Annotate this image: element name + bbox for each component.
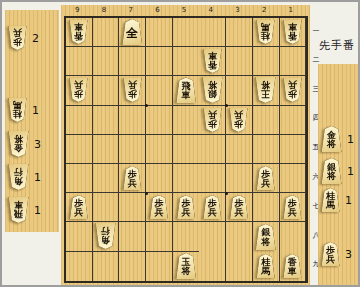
- shogi-piece[interactable]: 角行: [8, 164, 29, 190]
- shogi-piece[interactable]: 銀将: [202, 77, 223, 103]
- board-cell[interactable]: 玉将: [173, 252, 200, 281]
- hand-count: 1: [347, 133, 355, 146]
- piece-kanji: 馬: [261, 267, 270, 277]
- file-label: 3: [224, 5, 251, 16]
- board-cell[interactable]: [93, 135, 120, 164]
- board-cell[interactable]: 歩兵: [66, 76, 93, 105]
- shogi-piece[interactable]: 歩兵: [149, 195, 168, 219]
- file-labels: 987654321: [64, 5, 305, 16]
- hand-count: 1: [345, 194, 353, 207]
- hand-count: 1: [34, 171, 42, 184]
- shogi-piece[interactable]: 歩兵: [229, 108, 248, 132]
- board-cell[interactable]: [146, 47, 173, 76]
- shogi-piece[interactable]: 歩兵: [203, 108, 222, 132]
- board-cell[interactable]: 王将: [253, 76, 280, 105]
- hand-slot: 飛車1: [8, 197, 42, 223]
- piece-kanji: 兵: [288, 80, 297, 90]
- shogi-piece[interactable]: 王将: [255, 77, 276, 103]
- shogi-piece[interactable]: 飛車: [8, 197, 29, 223]
- board-cell[interactable]: [226, 18, 253, 47]
- piece-kanji: 歩: [208, 119, 217, 129]
- board-cell[interactable]: [66, 164, 93, 193]
- board-cell[interactable]: [226, 47, 253, 76]
- piece-kanji: 兵: [208, 109, 217, 119]
- board-cell[interactable]: [280, 135, 307, 164]
- hand-slot: 桂馬1: [321, 188, 353, 212]
- shogi-app-window: 歩兵2桂馬1金将3角行1飛車1 987654321 香車全桂馬香車香車歩兵歩兵飛…: [0, 0, 360, 287]
- board-cell[interactable]: [119, 135, 146, 164]
- hand-count: 1: [32, 104, 40, 117]
- hand-slot: 角行1: [8, 164, 42, 190]
- shogi-piece[interactable]: 桂馬: [8, 98, 27, 122]
- piece-kanji: 桂: [13, 109, 22, 119]
- piece-kanji: 兵: [74, 80, 83, 90]
- board-cell[interactable]: [66, 135, 93, 164]
- piece-kanji: 兵: [154, 208, 163, 218]
- file-label: 4: [197, 5, 224, 16]
- piece-kanji: 香: [208, 60, 217, 70]
- board-cell[interactable]: 歩兵: [199, 193, 226, 222]
- piece-kanji: 香: [74, 31, 83, 41]
- file-label: 2: [251, 5, 278, 16]
- hand-count: 3: [345, 248, 353, 261]
- board-cell[interactable]: [226, 222, 253, 251]
- piece-kanji: 角: [101, 235, 110, 245]
- piece-kanji: 車: [182, 91, 191, 101]
- shogi-piece[interactable]: 歩兵: [256, 166, 275, 190]
- board-cell[interactable]: 角行: [93, 222, 120, 251]
- piece-kanji: 行: [101, 226, 110, 236]
- board-panel: 987654321 香車全桂馬香車香車歩兵歩兵飛車銀将王将歩兵歩兵歩兵歩兵歩兵歩…: [61, 5, 310, 285]
- piece-kanji: 兵: [261, 179, 270, 189]
- board-cell[interactable]: [146, 222, 173, 251]
- hoshi-dot: [145, 192, 148, 195]
- board-cell[interactable]: [119, 252, 146, 281]
- board-cell[interactable]: [119, 106, 146, 135]
- board-cell[interactable]: [226, 252, 253, 281]
- shogi-piece[interactable]: 桂馬: [256, 254, 275, 278]
- board-cell[interactable]: [199, 135, 226, 164]
- shogi-piece[interactable]: 銀将: [255, 224, 276, 250]
- shogi-piece[interactable]: 桂馬: [256, 20, 275, 44]
- sente-captured-tray: 金将1銀将1桂馬1歩兵3: [318, 64, 359, 286]
- board-cell[interactable]: [173, 164, 200, 193]
- board-cell[interactable]: 香車: [280, 18, 307, 47]
- file-label: 9: [64, 5, 91, 16]
- board-cell[interactable]: 香車: [199, 47, 226, 76]
- board-cell[interactable]: 歩兵: [280, 76, 307, 105]
- board-cell[interactable]: [253, 135, 280, 164]
- piece-kanji: 歩: [234, 119, 243, 129]
- hand-slot: 桂馬1: [8, 98, 40, 122]
- board-cell[interactable]: [66, 47, 93, 76]
- board-cell[interactable]: 歩兵: [226, 193, 253, 222]
- board-cell[interactable]: [146, 164, 173, 193]
- shogi-piece[interactable]: 全: [122, 19, 143, 45]
- file-label: 1: [278, 5, 305, 16]
- hand-slot: 金将1: [321, 126, 355, 152]
- board-cell[interactable]: [253, 193, 280, 222]
- board-cell[interactable]: [199, 222, 226, 251]
- board-cell[interactable]: [119, 47, 146, 76]
- hand-slot: 歩兵2: [8, 26, 40, 50]
- hand-count: 1: [347, 165, 355, 178]
- piece-kanji: 将: [261, 80, 270, 90]
- file-label: 8: [91, 5, 118, 16]
- board-cell[interactable]: 歩兵: [66, 193, 93, 222]
- board-cell[interactable]: 歩兵: [119, 164, 146, 193]
- board-cell[interactable]: [280, 47, 307, 76]
- board-cell[interactable]: [119, 222, 146, 251]
- piece-kanji: 兵: [326, 255, 335, 265]
- piece-kanji: 兵: [208, 208, 217, 218]
- piece-kanji: 全: [126, 27, 138, 40]
- piece-kanji: 香: [288, 31, 297, 41]
- shogi-piece[interactable]: 歩兵: [69, 78, 88, 102]
- piece-kanji: 歩: [74, 89, 83, 99]
- piece-kanji: 歩: [128, 89, 137, 99]
- piece-kanji: 将: [14, 134, 23, 144]
- piece-kanji: 飛: [14, 209, 23, 219]
- piece-kanji: 金: [14, 143, 23, 153]
- board-cell[interactable]: [93, 47, 120, 76]
- shogi-piece[interactable]: 歩兵: [123, 166, 142, 190]
- hand-slot: 銀将1: [321, 158, 355, 184]
- piece-kanji: 車: [208, 51, 217, 61]
- piece-kanji: 馬: [326, 201, 335, 211]
- shogi-piece[interactable]: 桂馬: [321, 188, 340, 212]
- piece-kanji: 車: [74, 22, 83, 32]
- hoshi-dot: [225, 192, 228, 195]
- shogi-piece[interactable]: 香車: [283, 20, 302, 44]
- shogi-piece[interactable]: 歩兵: [283, 78, 302, 102]
- board-cell[interactable]: 全: [119, 18, 146, 47]
- gote-captured-tray: 歩兵2桂馬1金将3角行1飛車1: [5, 10, 59, 232]
- board-cell[interactable]: [93, 252, 120, 281]
- board-cell[interactable]: 歩兵: [280, 193, 307, 222]
- shogi-piece[interactable]: 歩兵: [177, 195, 196, 219]
- piece-kanji: 兵: [128, 179, 137, 189]
- board-cell[interactable]: [199, 18, 226, 47]
- shogi-piece[interactable]: 銀将: [321, 158, 342, 184]
- board-cell[interactable]: [93, 164, 120, 193]
- hand-slot: 歩兵3: [321, 242, 353, 266]
- board-cell[interactable]: 飛車: [173, 76, 200, 105]
- board-cell[interactable]: [280, 222, 307, 251]
- board-cell[interactable]: [280, 164, 307, 193]
- board-cell[interactable]: [226, 76, 253, 105]
- board-cell[interactable]: [146, 18, 173, 47]
- shogi-piece[interactable]: 歩兵: [229, 195, 248, 219]
- board-cell[interactable]: [280, 106, 307, 135]
- board-cell[interactable]: [93, 193, 120, 222]
- board-cell[interactable]: [146, 106, 173, 135]
- file-label: 5: [171, 5, 198, 16]
- piece-kanji: 兵: [288, 208, 297, 218]
- piece-kanji: 王: [261, 89, 270, 99]
- shogi-piece[interactable]: 歩兵: [8, 26, 27, 50]
- piece-kanji: 馬: [13, 100, 22, 110]
- board-cell[interactable]: [119, 193, 146, 222]
- shogi-piece[interactable]: 歩兵: [203, 195, 222, 219]
- board-cell[interactable]: [199, 164, 226, 193]
- shogi-piece[interactable]: 飛車: [176, 77, 197, 103]
- board-cell[interactable]: [146, 135, 173, 164]
- piece-kanji: 車: [288, 22, 297, 32]
- board-cell[interactable]: 歩兵: [199, 106, 226, 135]
- board-cell[interactable]: 桂馬: [253, 252, 280, 281]
- piece-kanji: 車: [14, 200, 23, 210]
- file-label: 7: [117, 5, 144, 16]
- piece-kanji: 角: [14, 176, 23, 186]
- shogi-piece[interactable]: 金将: [8, 131, 29, 157]
- piece-kanji: 将: [208, 80, 217, 90]
- shogi-piece[interactable]: 歩兵: [283, 195, 302, 219]
- board-cell[interactable]: [93, 76, 120, 105]
- board-cell[interactable]: 銀将: [253, 222, 280, 251]
- piece-kanji: 兵: [234, 109, 243, 119]
- piece-kanji: 将: [182, 267, 191, 277]
- board-cell[interactable]: [226, 135, 253, 164]
- board-cell[interactable]: 歩兵: [119, 76, 146, 105]
- piece-kanji: 歩: [288, 89, 297, 99]
- board-cell[interactable]: [66, 252, 93, 281]
- shogi-piece[interactable]: 歩兵: [69, 195, 88, 219]
- board-cell[interactable]: [253, 47, 280, 76]
- piece-kanji: 将: [327, 140, 336, 150]
- shogi-piece[interactable]: 香車: [69, 20, 88, 44]
- hand-slot: 金将3: [8, 131, 42, 157]
- piece-kanji: 兵: [128, 80, 137, 90]
- board-cell[interactable]: [146, 76, 173, 105]
- board-cell[interactable]: [173, 18, 200, 47]
- board-cell[interactable]: [173, 135, 200, 164]
- board-cell[interactable]: [173, 222, 200, 251]
- file-label: 6: [144, 5, 171, 16]
- board-cell[interactable]: 歩兵: [146, 193, 173, 222]
- piece-kanji: 桂: [261, 31, 270, 41]
- board-cell[interactable]: 銀将: [199, 76, 226, 105]
- piece-kanji: 行: [14, 167, 23, 177]
- board-cell[interactable]: [173, 47, 200, 76]
- board-cell[interactable]: [66, 222, 93, 251]
- piece-kanji: 銀: [208, 89, 217, 99]
- board-cell[interactable]: [66, 106, 93, 135]
- piece-kanji: 歩: [13, 37, 22, 47]
- board-cell[interactable]: 香車: [66, 18, 93, 47]
- shogi-piece[interactable]: 香車: [283, 254, 302, 278]
- turn-indicator: 先手番: [319, 38, 360, 53]
- board-cell[interactable]: [93, 106, 120, 135]
- board-cell[interactable]: [93, 18, 120, 47]
- shogi-piece[interactable]: 玉将: [176, 253, 197, 279]
- board-cell[interactable]: [199, 252, 226, 281]
- board-cell[interactable]: [226, 164, 253, 193]
- hand-count: 2: [32, 32, 40, 45]
- board-cell[interactable]: [253, 106, 280, 135]
- shogi-piece[interactable]: 歩兵: [123, 78, 142, 102]
- piece-kanji: 車: [288, 267, 297, 277]
- board-cell[interactable]: 香車: [280, 252, 307, 281]
- shogi-piece[interactable]: 歩兵: [321, 242, 340, 266]
- board-cell[interactable]: 歩兵: [173, 193, 200, 222]
- hand-count: 3: [34, 138, 42, 151]
- piece-kanji: 兵: [182, 208, 191, 218]
- board-cell[interactable]: 歩兵: [226, 106, 253, 135]
- piece-kanji: 馬: [261, 22, 270, 32]
- hoshi-dot: [145, 104, 148, 107]
- board-cell[interactable]: 桂馬: [253, 18, 280, 47]
- board-cell[interactable]: [173, 106, 200, 135]
- piece-kanji: 将: [261, 238, 270, 248]
- hand-count: 1: [34, 204, 42, 217]
- piece-kanji: 兵: [13, 28, 22, 38]
- shogi-piece[interactable]: 香車: [203, 49, 222, 73]
- shogi-piece[interactable]: 金将: [321, 126, 342, 152]
- board-grid: 香車全桂馬香車香車歩兵歩兵飛車銀将王将歩兵歩兵歩兵歩兵歩兵歩兵歩兵歩兵歩兵歩兵歩…: [64, 16, 308, 283]
- board-cell[interactable]: 歩兵: [253, 164, 280, 193]
- piece-kanji: 兵: [234, 208, 243, 218]
- piece-kanji: 兵: [74, 208, 83, 218]
- hoshi-dot: [225, 104, 228, 107]
- piece-kanji: 将: [327, 172, 336, 182]
- board-cell[interactable]: [146, 252, 173, 281]
- shogi-piece[interactable]: 角行: [95, 223, 116, 249]
